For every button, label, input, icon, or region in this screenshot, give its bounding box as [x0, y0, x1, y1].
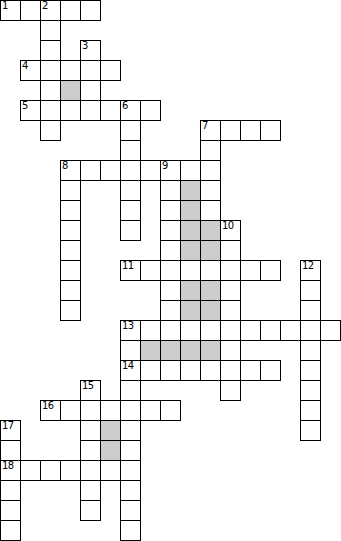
grid-cell[interactable] [260, 260, 281, 281]
grid-cell[interactable] [200, 320, 221, 341]
grid-cell[interactable] [120, 340, 141, 361]
grid-cell[interactable] [60, 240, 81, 261]
grid-cell[interactable] [40, 100, 61, 121]
grid-cell[interactable] [40, 0, 61, 21]
grid-cell[interactable] [200, 360, 221, 381]
grid-cell[interactable] [120, 360, 141, 381]
grid-cell[interactable] [220, 220, 241, 241]
grid-cell[interactable] [160, 360, 181, 381]
grid-cell[interactable] [60, 280, 81, 301]
grid-cell[interactable] [40, 80, 61, 101]
grid-cell[interactable] [140, 360, 161, 381]
grid-cell[interactable] [160, 320, 181, 341]
grid-cell[interactable] [80, 440, 101, 461]
grid-cell[interactable] [300, 360, 321, 381]
grid-cell[interactable] [0, 0, 21, 21]
grid-cell[interactable] [140, 400, 161, 421]
grid-cell[interactable] [140, 100, 161, 121]
grid-cell[interactable] [300, 420, 321, 441]
grid-cell[interactable] [120, 120, 141, 141]
grid-cell[interactable] [60, 220, 81, 241]
grid-cell[interactable] [120, 520, 141, 541]
grid-cell[interactable] [220, 280, 241, 301]
grid-cell[interactable] [40, 120, 61, 141]
grid-cell[interactable] [0, 420, 21, 441]
grid-cell[interactable] [240, 360, 261, 381]
grid-cell[interactable] [320, 320, 341, 341]
grid-cell[interactable] [100, 100, 121, 121]
grid-cell[interactable] [80, 0, 101, 21]
grid-cell-shaded [160, 340, 181, 361]
grid-cell[interactable] [140, 260, 161, 281]
grid-cell[interactable] [260, 120, 281, 141]
grid-cell[interactable] [300, 280, 321, 301]
grid-cell[interactable] [260, 320, 281, 341]
grid-cell[interactable] [220, 340, 241, 361]
grid-cell[interactable] [120, 480, 141, 501]
grid-cell[interactable] [200, 260, 221, 281]
grid-cell-shaded [200, 240, 221, 261]
grid-cell[interactable] [180, 360, 201, 381]
grid-cell[interactable] [0, 500, 21, 521]
grid-cell[interactable] [100, 160, 121, 181]
grid-cell[interactable] [180, 160, 201, 181]
grid-cell[interactable] [80, 480, 101, 501]
grid-cell[interactable] [160, 180, 181, 201]
grid-cell[interactable] [160, 300, 181, 321]
grid-cell[interactable] [240, 320, 261, 341]
grid-cell-shaded [200, 300, 221, 321]
grid-cell-shaded [180, 200, 201, 221]
grid-cell[interactable] [80, 100, 101, 121]
grid-cell[interactable] [220, 240, 241, 261]
grid-cell[interactable] [300, 340, 321, 361]
grid-cell[interactable] [120, 180, 141, 201]
grid-cell[interactable] [60, 0, 81, 21]
grid-cell[interactable] [160, 280, 181, 301]
grid-cell[interactable] [0, 440, 21, 461]
grid-cell[interactable] [120, 420, 141, 441]
grid-cell[interactable] [220, 120, 241, 141]
grid-cell[interactable] [300, 380, 321, 401]
grid-cell[interactable] [200, 120, 221, 141]
grid-cell[interactable] [120, 260, 141, 281]
grid-cell[interactable] [160, 160, 181, 181]
grid-cell-shaded [140, 340, 161, 361]
grid-cell[interactable] [80, 160, 101, 181]
grid-cell-shaded [60, 80, 81, 101]
grid-cell[interactable] [40, 40, 61, 61]
grid-cell[interactable] [120, 220, 141, 241]
grid-cell[interactable] [60, 180, 81, 201]
grid-cell[interactable] [180, 260, 201, 281]
grid-cell[interactable] [200, 140, 221, 161]
grid-cell[interactable] [180, 320, 201, 341]
grid-cell[interactable] [200, 200, 221, 221]
grid-cell-shaded [180, 220, 201, 241]
grid-cell[interactable] [60, 60, 81, 81]
grid-cell[interactable] [40, 460, 61, 481]
grid-cell[interactable] [120, 500, 141, 521]
grid-cell[interactable] [60, 300, 81, 321]
grid-cell[interactable] [60, 400, 81, 421]
grid-cell[interactable] [120, 160, 141, 181]
grid-cell[interactable] [300, 400, 321, 421]
grid-cell[interactable] [80, 60, 101, 81]
grid-cell-shaded [200, 340, 221, 361]
grid-cell[interactable] [220, 260, 241, 281]
grid-cell[interactable] [80, 400, 101, 421]
grid-cell[interactable] [40, 20, 61, 41]
grid-cell[interactable] [60, 160, 81, 181]
grid-cell[interactable] [60, 200, 81, 221]
grid-cell[interactable] [160, 200, 181, 221]
grid-cell[interactable] [300, 320, 321, 341]
grid-cell[interactable] [120, 100, 141, 121]
grid-cell[interactable] [260, 360, 281, 381]
grid-cell[interactable] [300, 300, 321, 321]
grid-cell[interactable] [120, 140, 141, 161]
grid-cell-shaded [100, 420, 121, 441]
grid-cell[interactable] [220, 380, 241, 401]
grid-cell[interactable] [80, 500, 101, 521]
grid-cell[interactable] [140, 320, 161, 341]
grid-cell[interactable] [240, 120, 261, 141]
grid-cell[interactable] [160, 260, 181, 281]
grid-cell-shaded [200, 280, 221, 301]
grid-cell[interactable] [280, 320, 301, 341]
grid-cell-shaded [180, 180, 201, 201]
grid-cell[interactable] [160, 220, 181, 241]
grid-cell[interactable] [0, 460, 21, 481]
grid-cell-shaded [180, 340, 201, 361]
grid-cell-shaded [180, 240, 201, 261]
grid-cell[interactable] [120, 460, 141, 481]
grid-cell[interactable] [80, 420, 101, 441]
grid-cell[interactable] [80, 460, 101, 481]
grid-cell[interactable] [0, 480, 21, 501]
grid-cell-shaded [180, 280, 201, 301]
grid-cell[interactable] [60, 100, 81, 121]
grid-cell[interactable] [140, 160, 161, 181]
grid-cell[interactable] [220, 360, 241, 381]
grid-cell[interactable] [300, 260, 321, 281]
crossword-board: 123456789101112131415161718 [0, 0, 341, 541]
grid-cell[interactable] [220, 320, 241, 341]
grid-cell[interactable] [120, 200, 141, 221]
grid-cell[interactable] [20, 100, 41, 121]
grid-cell[interactable] [120, 440, 141, 461]
grid-cell[interactable] [20, 60, 41, 81]
grid-cell[interactable] [160, 400, 181, 421]
grid-cell[interactable] [20, 0, 41, 21]
grid-cell[interactable] [40, 400, 61, 421]
grid-cell[interactable] [160, 240, 181, 261]
grid-cell[interactable] [200, 180, 221, 201]
grid-cell-shaded [100, 440, 121, 461]
grid-cell-shaded [180, 300, 201, 321]
grid-cell[interactable] [80, 80, 101, 101]
grid-cell[interactable] [120, 380, 141, 401]
grid-cell[interactable] [120, 320, 141, 341]
grid-cell[interactable] [80, 40, 101, 61]
grid-cell-shaded [200, 220, 221, 241]
grid-cell[interactable] [100, 460, 121, 481]
grid-cell[interactable] [200, 160, 221, 181]
grid-cell[interactable] [80, 380, 101, 401]
grid-cell[interactable] [100, 400, 121, 421]
grid-cell[interactable] [240, 260, 261, 281]
grid-cell[interactable] [120, 400, 141, 421]
grid-cell[interactable] [60, 460, 81, 481]
grid-cell[interactable] [220, 300, 241, 321]
grid-cell[interactable] [40, 60, 61, 81]
grid-cell[interactable] [20, 460, 41, 481]
grid-cell[interactable] [100, 60, 121, 81]
grid-cell[interactable] [0, 520, 21, 541]
grid-cell[interactable] [60, 260, 81, 281]
